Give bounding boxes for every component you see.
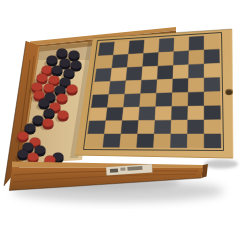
- square-d5[interactable]: [141, 80, 158, 94]
- square-e6[interactable]: [157, 65, 173, 79]
- square-c6[interactable]: [126, 67, 143, 81]
- square-e4[interactable]: [156, 93, 173, 107]
- square-a2[interactable]: [88, 121, 106, 134]
- square-d8[interactable]: [144, 39, 160, 53]
- square-c7[interactable]: [127, 53, 143, 67]
- square-d7[interactable]: [143, 53, 159, 67]
- square-f2[interactable]: [171, 120, 188, 134]
- square-h5[interactable]: [204, 77, 220, 92]
- checkers-box-photo: [0, 0, 240, 240]
- square-b3[interactable]: [106, 107, 124, 120]
- square-a8[interactable]: [98, 42, 115, 56]
- square-h1[interactable]: [204, 134, 221, 148]
- square-b8[interactable]: [113, 41, 129, 55]
- scene-svg: [0, 0, 240, 240]
- square-a7[interactable]: [97, 55, 114, 69]
- square-d1[interactable]: [137, 134, 155, 148]
- square-e5[interactable]: [157, 79, 173, 93]
- square-g7[interactable]: [189, 50, 204, 65]
- square-h8[interactable]: [204, 35, 219, 50]
- square-c5[interactable]: [125, 80, 142, 94]
- square-h2[interactable]: [204, 120, 221, 134]
- square-d2[interactable]: [138, 120, 155, 134]
- square-d3[interactable]: [139, 107, 156, 121]
- square-d6[interactable]: [142, 66, 158, 80]
- square-e1[interactable]: [154, 134, 171, 148]
- square-d4[interactable]: [140, 93, 157, 107]
- square-a5[interactable]: [93, 81, 110, 95]
- square-a4[interactable]: [91, 95, 109, 108]
- square-f8[interactable]: [174, 37, 189, 52]
- square-g5[interactable]: [188, 78, 204, 92]
- square-g4[interactable]: [188, 92, 204, 106]
- checkerboard-lid: [75, 29, 233, 158]
- square-a6[interactable]: [95, 68, 112, 82]
- square-h4[interactable]: [204, 92, 220, 106]
- square-c3[interactable]: [122, 107, 139, 121]
- square-h3[interactable]: [204, 106, 220, 120]
- square-e8[interactable]: [159, 38, 175, 53]
- square-e2[interactable]: [154, 120, 171, 134]
- board-grid: [86, 35, 221, 148]
- square-b6[interactable]: [110, 68, 127, 82]
- square-a1[interactable]: [86, 134, 104, 147]
- square-c8[interactable]: [129, 40, 145, 54]
- square-c2[interactable]: [121, 121, 139, 134]
- square-a3[interactable]: [90, 108, 108, 121]
- square-f5[interactable]: [172, 79, 188, 93]
- square-f6[interactable]: [173, 65, 189, 79]
- square-b7[interactable]: [112, 54, 129, 68]
- square-g2[interactable]: [188, 120, 205, 134]
- square-b1[interactable]: [103, 134, 121, 147]
- square-h6[interactable]: [204, 63, 220, 78]
- square-b2[interactable]: [104, 121, 122, 134]
- square-c4[interactable]: [124, 94, 141, 108]
- square-e7[interactable]: [158, 52, 174, 66]
- square-e3[interactable]: [155, 107, 172, 121]
- square-g3[interactable]: [188, 106, 204, 120]
- square-f3[interactable]: [171, 106, 188, 120]
- square-g1[interactable]: [187, 134, 204, 148]
- square-f4[interactable]: [172, 92, 188, 106]
- square-c1[interactable]: [120, 134, 138, 147]
- square-b4[interactable]: [107, 94, 124, 108]
- square-f7[interactable]: [173, 51, 189, 66]
- square-h7[interactable]: [204, 49, 219, 64]
- square-b5[interactable]: [109, 81, 126, 95]
- square-g6[interactable]: [189, 64, 205, 79]
- square-f1[interactable]: [170, 134, 187, 148]
- square-g8[interactable]: [189, 36, 204, 51]
- finger-hole[interactable]: [225, 89, 233, 96]
